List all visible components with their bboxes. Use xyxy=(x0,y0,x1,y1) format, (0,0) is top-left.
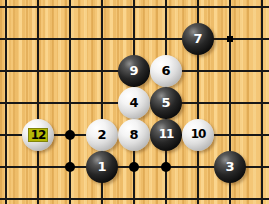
board-grid: 796451228111013 xyxy=(0,0,269,204)
board-cell: 1 xyxy=(86,151,118,183)
stone-white-6: 6 xyxy=(150,55,182,87)
go-board[interactable]: 796451228111013 xyxy=(0,0,269,204)
stone-black-9: 9 xyxy=(118,55,150,87)
setup-dot-marker xyxy=(129,162,139,172)
move-number-label: 5 xyxy=(161,96,170,109)
stone-black-11: 11 xyxy=(150,119,182,151)
move-number-label: 3 xyxy=(225,160,234,173)
setup-dot-marker xyxy=(65,162,75,172)
move-number-label: 2 xyxy=(97,128,106,141)
stone-white-2: 2 xyxy=(86,119,118,151)
board-cell: 9 xyxy=(118,55,150,87)
move-number-label: 7 xyxy=(193,32,202,45)
board-cell: 12 xyxy=(22,119,54,151)
move-number-label: 1 xyxy=(97,160,106,173)
board-cell xyxy=(54,151,86,183)
move-number-label: 10 xyxy=(191,128,206,140)
stone-black-7: 7 xyxy=(182,23,214,55)
last-move-highlight-chip: 12 xyxy=(28,128,49,142)
board-cell xyxy=(150,151,182,183)
board-cell: 6 xyxy=(150,55,182,87)
stone-white-12: 12 xyxy=(22,119,54,151)
board-cell xyxy=(54,119,86,151)
board-cell: 8 xyxy=(118,119,150,151)
move-number-label: 12 xyxy=(31,129,46,141)
move-number-label: 11 xyxy=(159,128,174,140)
go-diagram: 796451228111013 xyxy=(0,0,269,204)
board-cell xyxy=(214,23,246,55)
move-number-label: 9 xyxy=(129,64,138,77)
board-cell: 3 xyxy=(214,151,246,183)
stone-white-4: 4 xyxy=(118,87,150,119)
board-cell: 2 xyxy=(86,119,118,151)
stone-black-3: 3 xyxy=(214,151,246,183)
star-point-marker xyxy=(227,36,233,42)
stone-white-8: 8 xyxy=(118,119,150,151)
setup-dot-marker xyxy=(161,162,171,172)
move-number-label: 8 xyxy=(129,128,138,141)
board-cell: 7 xyxy=(182,23,214,55)
stone-white-10: 10 xyxy=(182,119,214,151)
move-number-label: 4 xyxy=(129,96,138,109)
board-cell: 11 xyxy=(150,119,182,151)
move-number-label: 6 xyxy=(161,64,170,77)
board-cell: 10 xyxy=(182,119,214,151)
board-cell: 5 xyxy=(150,87,182,119)
board-cell: 4 xyxy=(118,87,150,119)
stone-black-1: 1 xyxy=(86,151,118,183)
setup-dot-marker xyxy=(65,130,75,140)
board-cell xyxy=(118,151,150,183)
stone-black-5: 5 xyxy=(150,87,182,119)
